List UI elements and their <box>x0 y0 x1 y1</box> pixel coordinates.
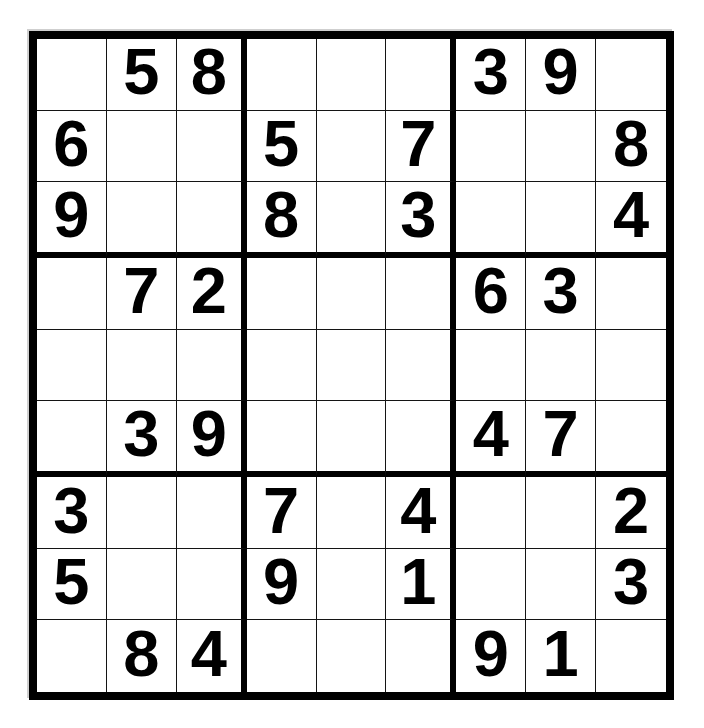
cell-r1c6[interactable] <box>386 39 456 111</box>
cell-r2c3[interactable] <box>177 111 247 183</box>
cell-r9c3: 4 <box>177 620 247 692</box>
cell-r1c1[interactable] <box>37 39 107 111</box>
cell-r2c2[interactable] <box>107 111 177 183</box>
cell-r7c9: 2 <box>596 477 666 549</box>
cell-r8c6: 1 <box>386 549 456 621</box>
cell-r4c1[interactable] <box>37 258 107 330</box>
cell-r2c9: 8 <box>596 111 666 183</box>
cell-r8c8[interactable] <box>526 549 596 621</box>
cell-r4c3: 2 <box>177 258 247 330</box>
cell-r1c8: 9 <box>526 39 596 111</box>
cell-r5c5[interactable] <box>317 330 387 402</box>
cell-r7c8[interactable] <box>526 477 596 549</box>
cell-r7c4: 7 <box>247 477 317 549</box>
cell-r2c6: 7 <box>386 111 456 183</box>
cell-r7c6: 4 <box>386 477 456 549</box>
cell-r1c5[interactable] <box>317 39 387 111</box>
cell-r5c4[interactable] <box>247 330 317 402</box>
cell-r4c8: 3 <box>526 258 596 330</box>
cell-r9c6[interactable] <box>386 620 456 692</box>
page: { "game": "sudoku", "position": { "forma… <box>0 0 704 728</box>
cell-r3c6: 3 <box>386 182 456 258</box>
cell-r3c2[interactable] <box>107 182 177 258</box>
cell-r2c1: 6 <box>37 111 107 183</box>
cell-r2c4: 5 <box>247 111 317 183</box>
cell-r4c6[interactable] <box>386 258 456 330</box>
cell-r9c5[interactable] <box>317 620 387 692</box>
cell-r6c7: 4 <box>456 401 526 477</box>
cell-r1c2: 5 <box>107 39 177 111</box>
cell-r5c7[interactable] <box>456 330 526 402</box>
cell-r6c9[interactable] <box>596 401 666 477</box>
cell-r4c9[interactable] <box>596 258 666 330</box>
cell-r7c1: 3 <box>37 477 107 549</box>
cell-r3c5[interactable] <box>317 182 387 258</box>
cell-r1c7: 3 <box>456 39 526 111</box>
cell-r5c1[interactable] <box>37 330 107 402</box>
cell-r8c2[interactable] <box>107 549 177 621</box>
cell-r9c9[interactable] <box>596 620 666 692</box>
cell-r7c7[interactable] <box>456 477 526 549</box>
cell-r6c3: 9 <box>177 401 247 477</box>
cell-r1c4[interactable] <box>247 39 317 111</box>
cell-r3c1: 9 <box>37 182 107 258</box>
cell-r3c7[interactable] <box>456 182 526 258</box>
cell-r9c4[interactable] <box>247 620 317 692</box>
cell-r2c7[interactable] <box>456 111 526 183</box>
cell-r8c9: 3 <box>596 549 666 621</box>
cell-r1c3: 8 <box>177 39 247 111</box>
cell-r9c8: 1 <box>526 620 596 692</box>
cell-r8c7[interactable] <box>456 549 526 621</box>
sudoku-board: 5 8 3 9 6 5 7 8 9 8 3 4 7 2 6 3 3 9 4 7 … <box>29 31 674 700</box>
cell-r5c8[interactable] <box>526 330 596 402</box>
cell-r8c5[interactable] <box>317 549 387 621</box>
cell-r5c6[interactable] <box>386 330 456 402</box>
cell-r6c6[interactable] <box>386 401 456 477</box>
cell-r4c4[interactable] <box>247 258 317 330</box>
cell-r3c4: 8 <box>247 182 317 258</box>
cell-r3c3[interactable] <box>177 182 247 258</box>
cell-r3c9: 4 <box>596 182 666 258</box>
cell-r4c5[interactable] <box>317 258 387 330</box>
cell-r4c7: 6 <box>456 258 526 330</box>
cell-r3c8[interactable] <box>526 182 596 258</box>
cell-r7c5[interactable] <box>317 477 387 549</box>
cell-r5c9[interactable] <box>596 330 666 402</box>
cell-r9c1[interactable] <box>37 620 107 692</box>
cell-r5c3[interactable] <box>177 330 247 402</box>
cell-r6c8: 7 <box>526 401 596 477</box>
cell-r8c3[interactable] <box>177 549 247 621</box>
cell-r7c3[interactable] <box>177 477 247 549</box>
cell-r5c2[interactable] <box>107 330 177 402</box>
cell-r6c4[interactable] <box>247 401 317 477</box>
cell-r7c2[interactable] <box>107 477 177 549</box>
cell-r2c8[interactable] <box>526 111 596 183</box>
cell-r8c1: 5 <box>37 549 107 621</box>
cell-r1c9[interactable] <box>596 39 666 111</box>
cell-r4c2: 7 <box>107 258 177 330</box>
cell-r9c2: 8 <box>107 620 177 692</box>
cell-r2c5[interactable] <box>317 111 387 183</box>
cell-r6c1[interactable] <box>37 401 107 477</box>
cell-r6c2: 3 <box>107 401 177 477</box>
cell-r8c4: 9 <box>247 549 317 621</box>
cell-r9c7: 9 <box>456 620 526 692</box>
cell-r6c5[interactable] <box>317 401 387 477</box>
